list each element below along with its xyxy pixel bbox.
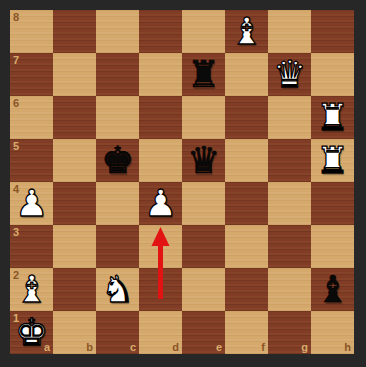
piece-white-bishop: ♝ <box>10 268 53 311</box>
square-e3[interactable] <box>182 225 225 268</box>
piece-white-pawn: ♟ <box>10 182 53 225</box>
square-a5[interactable]: 5 <box>10 139 53 182</box>
square-c5[interactable]: ♚ <box>96 139 139 182</box>
square-d8[interactable] <box>139 10 182 53</box>
rank-label-5: 5 <box>13 140 19 152</box>
square-a4[interactable]: 4♟ <box>10 182 53 225</box>
square-h4[interactable] <box>311 182 354 225</box>
square-c1[interactable]: c <box>96 311 139 354</box>
piece-white-pawn: ♟ <box>139 182 182 225</box>
square-g2[interactable] <box>268 268 311 311</box>
square-g6[interactable] <box>268 96 311 139</box>
square-d2[interactable] <box>139 268 182 311</box>
file-label-h: h <box>344 341 351 353</box>
rank-label-3: 3 <box>13 226 19 238</box>
piece-white-queen: ♛ <box>268 53 311 96</box>
piece-white-rook: ♜ <box>311 139 354 182</box>
square-b3[interactable] <box>53 225 96 268</box>
square-h3[interactable] <box>311 225 354 268</box>
square-c2[interactable]: ♞ <box>96 268 139 311</box>
square-c6[interactable] <box>96 96 139 139</box>
square-h2[interactable]: ♝ <box>311 268 354 311</box>
square-e8[interactable] <box>182 10 225 53</box>
square-g4[interactable] <box>268 182 311 225</box>
square-b7[interactable] <box>53 53 96 96</box>
square-a8[interactable]: 8 <box>10 10 53 53</box>
file-label-f: f <box>261 341 265 353</box>
square-b8[interactable] <box>53 10 96 53</box>
square-c3[interactable] <box>96 225 139 268</box>
square-f2[interactable] <box>225 268 268 311</box>
file-label-g: g <box>301 341 308 353</box>
rank-label-7: 7 <box>13 54 19 66</box>
piece-white-bishop: ♝ <box>225 10 268 53</box>
square-f7[interactable] <box>225 53 268 96</box>
square-e4[interactable] <box>182 182 225 225</box>
file-label-d: d <box>172 341 179 353</box>
piece-black-king: ♚ <box>96 139 139 182</box>
square-b1[interactable]: b <box>53 311 96 354</box>
square-b6[interactable] <box>53 96 96 139</box>
piece-black-rook: ♜ <box>182 53 225 96</box>
square-a7[interactable]: 7 <box>10 53 53 96</box>
square-d4[interactable]: ♟ <box>139 182 182 225</box>
piece-black-queen: ♛ <box>182 139 225 182</box>
file-label-b: b <box>86 341 93 353</box>
square-a2[interactable]: 2♝ <box>10 268 53 311</box>
square-g5[interactable] <box>268 139 311 182</box>
square-a3[interactable]: 3 <box>10 225 53 268</box>
square-f1[interactable]: f <box>225 311 268 354</box>
square-g1[interactable]: g <box>268 311 311 354</box>
square-f8[interactable]: ♝ <box>225 10 268 53</box>
square-g7[interactable]: ♛ <box>268 53 311 96</box>
square-g8[interactable] <box>268 10 311 53</box>
square-h6[interactable]: ♜ <box>311 96 354 139</box>
square-c7[interactable] <box>96 53 139 96</box>
square-h5[interactable]: ♜ <box>311 139 354 182</box>
square-e1[interactable]: e <box>182 311 225 354</box>
square-h1[interactable]: h <box>311 311 354 354</box>
piece-white-knight: ♞ <box>96 268 139 311</box>
chess-board-frame: 8♝7♜♛6♜5♚♛♜4♟♟32♝♞♝1a♚bcdefgh <box>0 0 366 367</box>
file-label-c: c <box>130 341 136 353</box>
square-h8[interactable] <box>311 10 354 53</box>
square-f3[interactable] <box>225 225 268 268</box>
piece-white-king: ♚ <box>10 311 53 354</box>
square-e5[interactable]: ♛ <box>182 139 225 182</box>
square-c8[interactable] <box>96 10 139 53</box>
square-d6[interactable] <box>139 96 182 139</box>
piece-black-bishop: ♝ <box>311 268 354 311</box>
square-e6[interactable] <box>182 96 225 139</box>
square-b4[interactable] <box>53 182 96 225</box>
square-e7[interactable]: ♜ <box>182 53 225 96</box>
square-h7[interactable] <box>311 53 354 96</box>
file-label-e: e <box>216 341 222 353</box>
chess-board: 8♝7♜♛6♜5♚♛♜4♟♟32♝♞♝1a♚bcdefgh <box>10 10 354 354</box>
square-a6[interactable]: 6 <box>10 96 53 139</box>
square-g3[interactable] <box>268 225 311 268</box>
square-d7[interactable] <box>139 53 182 96</box>
square-b2[interactable] <box>53 268 96 311</box>
piece-white-rook: ♜ <box>311 96 354 139</box>
square-b5[interactable] <box>53 139 96 182</box>
square-d1[interactable]: d <box>139 311 182 354</box>
square-e2[interactable] <box>182 268 225 311</box>
square-d5[interactable] <box>139 139 182 182</box>
square-a1[interactable]: 1a♚ <box>10 311 53 354</box>
square-c4[interactable] <box>96 182 139 225</box>
square-f5[interactable] <box>225 139 268 182</box>
square-f6[interactable] <box>225 96 268 139</box>
rank-label-6: 6 <box>13 97 19 109</box>
square-f4[interactable] <box>225 182 268 225</box>
square-d3[interactable] <box>139 225 182 268</box>
rank-label-8: 8 <box>13 11 19 23</box>
